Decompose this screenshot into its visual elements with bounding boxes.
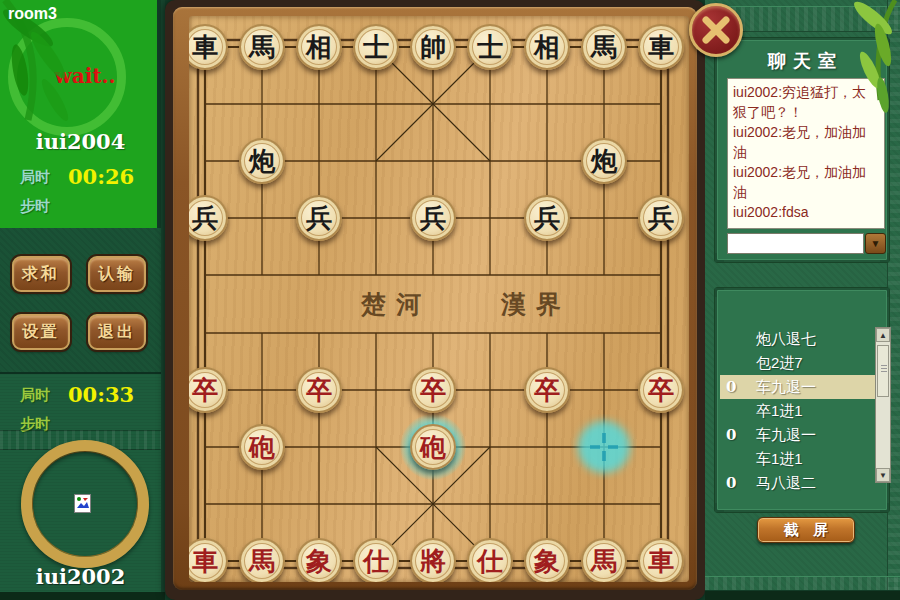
move-list: 炮八退七包2进70车九退一卒1进10车九退一车1进10马八退二 <box>720 327 875 483</box>
river-label-right: 漢界 <box>501 288 571 321</box>
move-list-item[interactable]: 车1进1 <box>720 447 875 471</box>
move-list-item[interactable]: 包2进7 <box>720 351 875 375</box>
board-grid[interactable]: 楚河 漢界 車馬相士帥士相馬車炮炮兵兵兵兵兵卒卒卒卒卒砲砲車馬象仕將仕象馬車 <box>189 16 689 582</box>
river-label-left: 楚河 <box>361 288 431 321</box>
piece-black-馬[interactable]: 馬 <box>239 24 285 70</box>
board-lines <box>189 16 689 582</box>
piece-black-兵[interactable]: 兵 <box>296 195 342 241</box>
game-time-label: 局时 <box>20 168 50 185</box>
piece-red-砲[interactable]: 砲 <box>410 424 456 470</box>
piece-red-將[interactable]: 將 <box>410 538 456 582</box>
piece-black-士[interactable]: 士 <box>353 24 399 70</box>
move-text: 车1进1 <box>756 447 803 471</box>
move-list-item[interactable]: 卒1进1 <box>720 399 875 423</box>
piece-red-砲[interactable]: 砲 <box>239 424 285 470</box>
scroll-up-button[interactable]: ▲ <box>876 328 890 342</box>
room-label: room3 <box>8 5 57 23</box>
move-text: 车九退一 <box>756 375 816 399</box>
piece-black-帥[interactable]: 帥 <box>410 24 456 70</box>
piece-black-兵[interactable]: 兵 <box>524 195 570 241</box>
move-text: 包2进7 <box>756 351 803 375</box>
piece-red-仕[interactable]: 仕 <box>467 538 513 582</box>
piece-red-仕[interactable]: 仕 <box>353 538 399 582</box>
piece-black-相[interactable]: 相 <box>296 24 342 70</box>
action-buttons: 求和 认输 设置 退出 <box>0 228 161 372</box>
piece-red-卒[interactable]: 卒 <box>638 367 684 413</box>
piece-black-炮[interactable]: 炮 <box>239 138 285 184</box>
move-prefix: 0 <box>726 471 744 495</box>
self-game-timer: 局时 00:33 <box>20 386 50 405</box>
meander-band <box>705 576 900 591</box>
game-time-value: 00:33 <box>68 382 134 407</box>
piece-red-卒[interactable]: 卒 <box>524 367 570 413</box>
game-time-value: 00:26 <box>68 164 134 189</box>
screenshot-button[interactable]: 截 屏 <box>757 517 855 543</box>
settings-button[interactable]: 设置 <box>12 314 70 350</box>
move-list-item[interactable]: 0车九退一 <box>720 375 875 399</box>
draw-button[interactable]: 求和 <box>12 256 70 292</box>
move-time-label: 步时 <box>20 197 50 214</box>
move-text: 卒1进1 <box>756 399 803 423</box>
exit-button[interactable]: 退出 <box>88 314 146 350</box>
piece-black-兵[interactable]: 兵 <box>410 195 456 241</box>
chat-message: iui2002:老兄，加油加油 <box>733 162 879 202</box>
close-x-icon <box>692 6 740 54</box>
bottom-strip <box>0 592 165 600</box>
close-button[interactable] <box>689 3 743 57</box>
piece-black-士[interactable]: 士 <box>467 24 513 70</box>
move-text: 马八退二 <box>756 471 816 495</box>
piece-red-象[interactable]: 象 <box>524 538 570 582</box>
opponent-move-timer: 步时 <box>20 197 50 216</box>
board-frame: 楚河 漢界 車馬相士帥士相馬車炮炮兵兵兵兵兵卒卒卒卒卒砲砲車馬象仕將仕象馬車 <box>165 0 705 600</box>
chat-message: iui2002:老兄，加油加油 <box>733 122 879 162</box>
chat-dropdown-button[interactable]: ▼ <box>865 233 886 254</box>
self-panel: 局时 00:33 步时 iui2002 <box>0 372 161 600</box>
chat-message: iui2002:fdsa <box>733 202 879 222</box>
opponent-panel: wait.. iui2004 局时 00:26 步时 <box>0 0 161 228</box>
move-list-scrollbar[interactable]: ▲ ▼ <box>875 327 891 483</box>
piece-red-馬[interactable]: 馬 <box>239 538 285 582</box>
opponent-game-timer: 局时 00:26 <box>20 168 50 187</box>
piece-red-卒[interactable]: 卒 <box>410 367 456 413</box>
broken-image-icon <box>74 494 91 513</box>
piece-black-兵[interactable]: 兵 <box>638 195 684 241</box>
move-text: 车九退一 <box>756 423 816 447</box>
right-panel: 聊天室 iui2002:穷追猛打，太狠了吧？！iui2002:老兄，加油加油iu… <box>705 0 900 600</box>
resign-button[interactable]: 认输 <box>88 256 146 292</box>
self-name: iui2002 <box>0 564 161 589</box>
piece-red-馬[interactable]: 馬 <box>581 538 627 582</box>
move-list-item[interactable]: 炮八退七 <box>720 327 875 351</box>
move-prefix: 0 <box>726 423 744 447</box>
piece-red-車[interactable]: 車 <box>638 538 684 582</box>
piece-black-炮[interactable]: 炮 <box>581 138 627 184</box>
move-list-item[interactable]: 0车九退一 <box>720 423 875 447</box>
move-prefix: 0 <box>726 375 744 399</box>
bottom-strip <box>705 591 900 600</box>
scroll-down-button[interactable]: ▼ <box>876 468 890 482</box>
piece-black-車[interactable]: 車 <box>638 24 684 70</box>
chat-input[interactable] <box>727 233 864 254</box>
piece-black-相[interactable]: 相 <box>524 24 570 70</box>
piece-black-馬[interactable]: 馬 <box>581 24 627 70</box>
scrollbar-thumb[interactable] <box>877 345 889 397</box>
bamboo-decoration-icon <box>825 0 900 125</box>
piece-red-象[interactable]: 象 <box>296 538 342 582</box>
sidebar: wait.. iui2004 局时 00:26 步时 room3 求和 认输 设… <box>0 0 165 600</box>
last-move-origin-highlight <box>571 414 637 480</box>
move-text: 炮八退七 <box>756 327 816 351</box>
game-time-label: 局时 <box>20 386 50 403</box>
move-list-item[interactable]: 0马八退二 <box>720 471 875 495</box>
piece-red-卒[interactable]: 卒 <box>296 367 342 413</box>
move-list-panel: 炮八退七包2进70车九退一卒1进10车九退一车1进10马八退二 ▲ ▼ <box>715 288 889 512</box>
xiangqi-game-window: wait.. iui2004 局时 00:26 步时 room3 求和 认输 设… <box>0 0 900 600</box>
